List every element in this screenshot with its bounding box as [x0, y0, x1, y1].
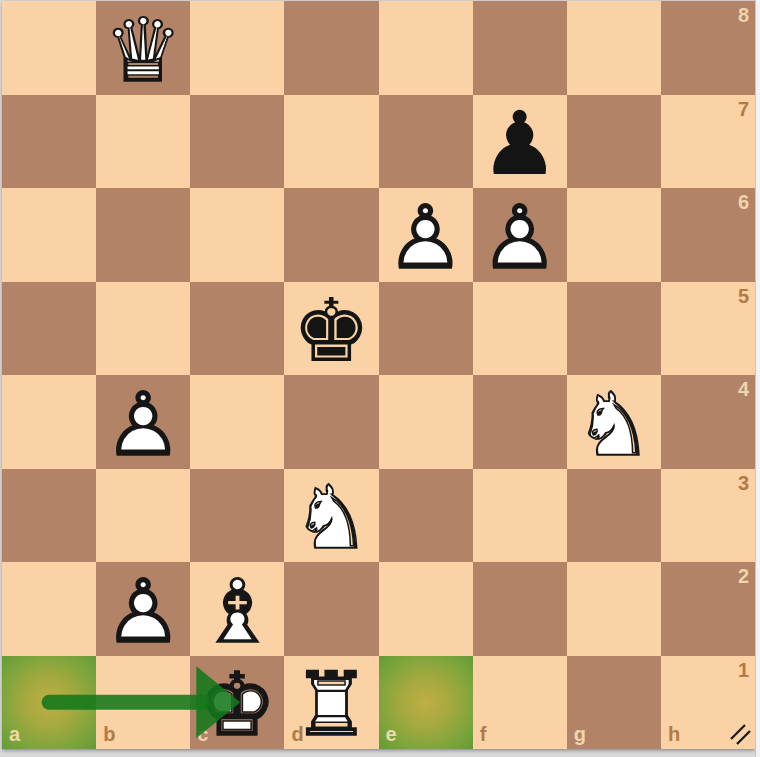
piece-black-pawn[interactable]: ♟ — [473, 95, 567, 189]
square-c8[interactable] — [190, 1, 284, 95]
square-a4[interactable] — [2, 375, 96, 469]
piece-white-bishop[interactable]: ♝♗ — [190, 562, 284, 656]
square-b7[interactable] — [96, 95, 190, 189]
square-b4[interactable]: ♟♙ — [96, 375, 190, 469]
rank-label-6: 6 — [738, 191, 749, 214]
piece-glyph-outline: ♔ — [198, 661, 277, 749]
square-a8[interactable] — [2, 1, 96, 95]
piece-white-pawn[interactable]: ♟♙ — [96, 375, 190, 469]
square-a6[interactable] — [2, 188, 96, 282]
square-c5[interactable] — [190, 282, 284, 376]
file-label-f: f — [480, 723, 487, 746]
square-g2[interactable] — [567, 562, 661, 656]
rank-label-8: 8 — [738, 4, 749, 27]
file-label-g: g — [574, 723, 586, 746]
piece-white-knight[interactable]: ♞♘ — [567, 375, 661, 469]
rank-label-5: 5 — [738, 285, 749, 308]
piece-glyph-outline: ♙ — [480, 194, 559, 282]
rank-label-7: 7 — [738, 98, 749, 121]
square-a3[interactable] — [2, 469, 96, 563]
square-f4[interactable] — [473, 375, 567, 469]
square-e5[interactable] — [379, 282, 473, 376]
square-e6[interactable]: ♟♙ — [379, 188, 473, 282]
piece-glyph-outline: ♙ — [104, 381, 183, 469]
square-h6[interactable]: 6 — [661, 188, 755, 282]
square-b1[interactable]: b — [96, 656, 190, 750]
piece-white-king[interactable]: ♚♔ — [190, 656, 284, 750]
piece-glyph-outline: ♕ — [104, 7, 183, 95]
chess-board: ♛♕8♟7♟♙♟♙6♚5♟♙♞♘4♞♘3♟♙♝♗2ab♚♔c♜♖defgh1 — [2, 1, 755, 749]
page-background: ♛♕8♟7♟♙♟♙6♚5♟♙♞♘4♞♘3♟♙♝♗2ab♚♔c♜♖defgh1 — [0, 0, 760, 757]
square-a2[interactable] — [2, 562, 96, 656]
square-c4[interactable] — [190, 375, 284, 469]
square-g3[interactable] — [567, 469, 661, 563]
square-h7[interactable]: 7 — [661, 95, 755, 189]
square-d1[interactable]: ♜♖d — [284, 656, 378, 750]
square-d3[interactable]: ♞♘ — [284, 469, 378, 563]
square-a1[interactable]: a — [2, 656, 96, 750]
piece-glyph-outline: ♙ — [104, 568, 183, 656]
file-label-b: b — [103, 723, 115, 746]
square-c2[interactable]: ♝♗ — [190, 562, 284, 656]
square-f6[interactable]: ♟♙ — [473, 188, 567, 282]
square-h8[interactable]: 8 — [661, 1, 755, 95]
square-e8[interactable] — [379, 1, 473, 95]
square-f3[interactable] — [473, 469, 567, 563]
piece-white-rook[interactable]: ♜♖ — [284, 656, 378, 750]
square-f8[interactable] — [473, 1, 567, 95]
square-d4[interactable] — [284, 375, 378, 469]
square-c7[interactable] — [190, 95, 284, 189]
rank-label-1: 1 — [738, 659, 749, 682]
square-b5[interactable] — [96, 282, 190, 376]
file-label-h: h — [668, 723, 680, 746]
square-d5[interactable]: ♚ — [284, 282, 378, 376]
square-b8[interactable]: ♛♕ — [96, 1, 190, 95]
piece-glyph-outline: ♗ — [198, 568, 277, 656]
square-h4[interactable]: 4 — [661, 375, 755, 469]
square-c1[interactable]: ♚♔c — [190, 656, 284, 750]
square-h2[interactable]: 2 — [661, 562, 755, 656]
square-e3[interactable] — [379, 469, 473, 563]
piece-glyph-fill: ♚ — [292, 287, 371, 375]
square-c3[interactable] — [190, 469, 284, 563]
piece-glyph-outline: ♙ — [386, 194, 465, 282]
piece-white-pawn[interactable]: ♟♙ — [473, 188, 567, 282]
square-f7[interactable]: ♟ — [473, 95, 567, 189]
square-d7[interactable] — [284, 95, 378, 189]
page-gutter — [755, 0, 760, 757]
square-g8[interactable] — [567, 1, 661, 95]
rank-label-4: 4 — [738, 378, 749, 401]
square-d2[interactable] — [284, 562, 378, 656]
piece-glyph-outline: ♖ — [292, 661, 371, 749]
square-e7[interactable] — [379, 95, 473, 189]
piece-white-pawn[interactable]: ♟♙ — [379, 188, 473, 282]
square-g6[interactable] — [567, 188, 661, 282]
square-d8[interactable] — [284, 1, 378, 95]
piece-black-king[interactable]: ♚ — [284, 282, 378, 376]
rank-label-3: 3 — [738, 472, 749, 495]
piece-glyph-fill: ♟ — [480, 100, 559, 188]
square-a5[interactable] — [2, 282, 96, 376]
square-e2[interactable] — [379, 562, 473, 656]
square-g5[interactable] — [567, 282, 661, 376]
resize-handle-icon[interactable] — [729, 723, 751, 745]
square-g4[interactable]: ♞♘ — [567, 375, 661, 469]
square-h3[interactable]: 3 — [661, 469, 755, 563]
square-f5[interactable] — [473, 282, 567, 376]
piece-glyph-outline: ♘ — [292, 474, 371, 562]
square-a7[interactable] — [2, 95, 96, 189]
square-d6[interactable] — [284, 188, 378, 282]
square-f1[interactable]: f — [473, 656, 567, 750]
square-e1[interactable]: e — [379, 656, 473, 750]
square-h5[interactable]: 5 — [661, 282, 755, 376]
square-b2[interactable]: ♟♙ — [96, 562, 190, 656]
square-b6[interactable] — [96, 188, 190, 282]
square-e4[interactable] — [379, 375, 473, 469]
square-f2[interactable] — [473, 562, 567, 656]
square-g7[interactable] — [567, 95, 661, 189]
piece-glyph-outline: ♘ — [574, 381, 653, 469]
file-label-e: e — [386, 723, 397, 746]
rank-label-2: 2 — [738, 565, 749, 588]
file-label-a: a — [9, 723, 20, 746]
square-c6[interactable] — [190, 188, 284, 282]
piece-white-queen[interactable]: ♛♕ — [96, 1, 190, 95]
piece-white-pawn[interactable]: ♟♙ — [96, 562, 190, 656]
square-b3[interactable] — [96, 469, 190, 563]
square-g1[interactable]: g — [567, 656, 661, 750]
piece-white-knight[interactable]: ♞♘ — [284, 469, 378, 563]
